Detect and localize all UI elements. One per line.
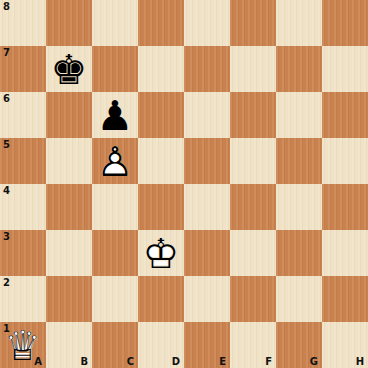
black-pawn-glyph: ♟ (92, 92, 138, 138)
square-b6[interactable] (46, 92, 92, 138)
file-label-f: F (265, 356, 272, 368)
black-king-glyph: ♚ (46, 46, 92, 92)
square-c5[interactable]: ♟♙ (92, 138, 138, 184)
rank-label-3: 3 (3, 231, 10, 242)
square-b2[interactable] (46, 276, 92, 322)
square-b7[interactable]: ♚ (46, 46, 92, 92)
square-a5[interactable]: 5 (0, 138, 46, 184)
file-label-d: D (172, 356, 180, 368)
square-c1[interactable]: C (92, 322, 138, 368)
square-h2[interactable] (322, 276, 368, 322)
rank-label-8: 8 (3, 1, 10, 12)
file-label-g: G (310, 356, 318, 368)
square-a1[interactable]: 1A♛♕ (0, 322, 46, 368)
square-h8[interactable] (322, 0, 368, 46)
square-a3[interactable]: 3 (0, 230, 46, 276)
square-f5[interactable] (230, 138, 276, 184)
square-c6[interactable]: ♟ (92, 92, 138, 138)
rank-label-4: 4 (3, 185, 10, 196)
square-h3[interactable] (322, 230, 368, 276)
square-d4[interactable] (138, 184, 184, 230)
square-h7[interactable] (322, 46, 368, 92)
square-g2[interactable] (276, 276, 322, 322)
square-a2[interactable]: 2 (0, 276, 46, 322)
square-e3[interactable] (184, 230, 230, 276)
square-d8[interactable] (138, 0, 184, 46)
square-b3[interactable] (46, 230, 92, 276)
square-h1[interactable]: H (322, 322, 368, 368)
rank-label-6: 6 (3, 93, 10, 104)
square-c8[interactable] (92, 0, 138, 46)
square-f2[interactable] (230, 276, 276, 322)
square-h4[interactable] (322, 184, 368, 230)
square-a4[interactable]: 4 (0, 184, 46, 230)
square-g1[interactable]: G (276, 322, 322, 368)
square-a6[interactable]: 6 (0, 92, 46, 138)
square-e4[interactable] (184, 184, 230, 230)
square-c4[interactable] (92, 184, 138, 230)
square-d1[interactable]: D (138, 322, 184, 368)
square-d3[interactable]: ♚♔ (138, 230, 184, 276)
square-b1[interactable]: B (46, 322, 92, 368)
square-h6[interactable] (322, 92, 368, 138)
file-label-h: H (356, 356, 364, 368)
square-g5[interactable] (276, 138, 322, 184)
square-d5[interactable] (138, 138, 184, 184)
square-a7[interactable]: 7 (0, 46, 46, 92)
square-d7[interactable] (138, 46, 184, 92)
file-label-c: C (127, 356, 134, 368)
white-pawn-outline: ♙ (92, 138, 138, 184)
square-g7[interactable] (276, 46, 322, 92)
square-f1[interactable]: F (230, 322, 276, 368)
white-queen-outline: ♕ (0, 322, 46, 368)
square-f8[interactable] (230, 0, 276, 46)
square-c3[interactable] (92, 230, 138, 276)
square-e7[interactable] (184, 46, 230, 92)
square-e5[interactable] (184, 138, 230, 184)
square-g8[interactable] (276, 0, 322, 46)
square-g6[interactable] (276, 92, 322, 138)
square-c7[interactable] (92, 46, 138, 92)
white-pawn[interactable]: ♟♙ (92, 138, 138, 184)
square-b4[interactable] (46, 184, 92, 230)
square-d2[interactable] (138, 276, 184, 322)
chess-board: 87♚6♟5♟♙43♚♔21A♛♕BCDEFGH (0, 0, 368, 368)
square-g3[interactable] (276, 230, 322, 276)
square-e8[interactable] (184, 0, 230, 46)
square-e2[interactable] (184, 276, 230, 322)
square-f4[interactable] (230, 184, 276, 230)
square-b8[interactable] (46, 0, 92, 46)
rank-label-2: 2 (3, 277, 10, 288)
square-d6[interactable] (138, 92, 184, 138)
square-f6[interactable] (230, 92, 276, 138)
square-b5[interactable] (46, 138, 92, 184)
square-f7[interactable] (230, 46, 276, 92)
rank-label-7: 7 (3, 47, 10, 58)
square-e1[interactable]: E (184, 322, 230, 368)
black-pawn[interactable]: ♟ (92, 92, 138, 138)
square-e6[interactable] (184, 92, 230, 138)
square-g4[interactable] (276, 184, 322, 230)
square-h5[interactable] (322, 138, 368, 184)
square-a8[interactable]: 8 (0, 0, 46, 46)
white-king-outline: ♔ (138, 230, 184, 276)
file-label-b: B (80, 356, 88, 368)
square-f3[interactable] (230, 230, 276, 276)
white-queen[interactable]: ♛♕ (0, 322, 46, 368)
rank-label-5: 5 (3, 139, 10, 150)
white-king[interactable]: ♚♔ (138, 230, 184, 276)
black-king[interactable]: ♚ (46, 46, 92, 92)
file-label-e: E (219, 356, 226, 368)
square-c2[interactable] (92, 276, 138, 322)
